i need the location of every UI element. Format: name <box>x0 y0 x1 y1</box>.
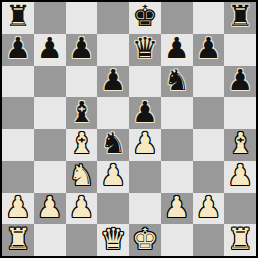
white-pawn: ♟ <box>132 129 158 158</box>
black-knight: ♞ <box>164 66 190 95</box>
white-rook: ♜ <box>5 225 31 254</box>
square-h7[interactable] <box>224 34 256 66</box>
white-pawn: ♟ <box>195 193 221 222</box>
square-h3[interactable]: ♟ <box>224 161 256 193</box>
square-d5[interactable] <box>97 97 129 129</box>
square-f6[interactable]: ♞ <box>161 66 193 98</box>
square-a2[interactable]: ♟ <box>2 193 34 225</box>
square-c6[interactable] <box>66 66 98 98</box>
black-queen: ♛ <box>132 34 158 63</box>
black-king: ♚ <box>132 2 158 31</box>
white-pawn: ♟ <box>68 193 94 222</box>
square-b7[interactable]: ♟ <box>34 34 66 66</box>
square-c1[interactable] <box>66 224 98 256</box>
square-e4[interactable]: ♟ <box>129 129 161 161</box>
chess-board: ♜♚♜♟♟♟♛♟♟♟♞♟♝♟♝♞♟♝♞♟♟♟♟♟♟♟♜♛♚♜ <box>0 0 258 258</box>
square-f2[interactable]: ♟ <box>161 193 193 225</box>
square-b4[interactable] <box>34 129 66 161</box>
black-rook: ♜ <box>227 2 253 31</box>
square-c2[interactable]: ♟ <box>66 193 98 225</box>
square-g8[interactable] <box>193 2 225 34</box>
square-c4[interactable]: ♝ <box>66 129 98 161</box>
square-e6[interactable] <box>129 66 161 98</box>
square-a3[interactable] <box>2 161 34 193</box>
square-a6[interactable] <box>2 66 34 98</box>
square-c5[interactable]: ♝ <box>66 97 98 129</box>
square-c3[interactable]: ♞ <box>66 161 98 193</box>
black-rook: ♜ <box>5 2 31 31</box>
square-f1[interactable] <box>161 224 193 256</box>
square-a4[interactable] <box>2 129 34 161</box>
black-pawn: ♟ <box>195 34 221 63</box>
white-pawn: ♟ <box>37 193 63 222</box>
square-a1[interactable]: ♜ <box>2 224 34 256</box>
white-bishop: ♝ <box>227 129 253 158</box>
square-b8[interactable] <box>34 2 66 34</box>
square-a5[interactable] <box>2 97 34 129</box>
square-b2[interactable]: ♟ <box>34 193 66 225</box>
square-d1[interactable]: ♛ <box>97 224 129 256</box>
square-f8[interactable] <box>161 2 193 34</box>
square-a8[interactable]: ♜ <box>2 2 34 34</box>
white-pawn: ♟ <box>227 161 253 190</box>
square-g6[interactable] <box>193 66 225 98</box>
square-g2[interactable]: ♟ <box>193 193 225 225</box>
white-rook: ♜ <box>227 225 253 254</box>
square-b6[interactable] <box>34 66 66 98</box>
square-h6[interactable]: ♟ <box>224 66 256 98</box>
square-g7[interactable]: ♟ <box>193 34 225 66</box>
square-e8[interactable]: ♚ <box>129 2 161 34</box>
square-c7[interactable]: ♟ <box>66 34 98 66</box>
square-h4[interactable]: ♝ <box>224 129 256 161</box>
white-bishop: ♝ <box>68 129 94 158</box>
square-d2[interactable] <box>97 193 129 225</box>
white-queen: ♛ <box>100 225 126 254</box>
square-d3[interactable]: ♟ <box>97 161 129 193</box>
black-pawn: ♟ <box>227 66 253 95</box>
white-knight: ♞ <box>68 161 94 190</box>
square-d6[interactable]: ♟ <box>97 66 129 98</box>
square-c8[interactable] <box>66 2 98 34</box>
square-h2[interactable] <box>224 193 256 225</box>
black-pawn: ♟ <box>132 98 158 127</box>
square-d4[interactable]: ♞ <box>97 129 129 161</box>
black-pawn: ♟ <box>164 34 190 63</box>
black-pawn: ♟ <box>37 34 63 63</box>
square-e5[interactable]: ♟ <box>129 97 161 129</box>
square-g3[interactable] <box>193 161 225 193</box>
square-f4[interactable] <box>161 129 193 161</box>
square-f3[interactable] <box>161 161 193 193</box>
square-a7[interactable]: ♟ <box>2 34 34 66</box>
square-f5[interactable] <box>161 97 193 129</box>
white-pawn: ♟ <box>164 193 190 222</box>
square-d7[interactable] <box>97 34 129 66</box>
square-b3[interactable] <box>34 161 66 193</box>
black-pawn: ♟ <box>5 34 31 63</box>
square-g1[interactable] <box>193 224 225 256</box>
square-e3[interactable] <box>129 161 161 193</box>
square-e2[interactable] <box>129 193 161 225</box>
white-king: ♚ <box>132 225 158 254</box>
square-f7[interactable]: ♟ <box>161 34 193 66</box>
square-e7[interactable]: ♛ <box>129 34 161 66</box>
black-knight: ♞ <box>100 129 126 158</box>
square-h5[interactable] <box>224 97 256 129</box>
black-bishop: ♝ <box>68 98 94 127</box>
square-h8[interactable]: ♜ <box>224 2 256 34</box>
black-pawn: ♟ <box>68 34 94 63</box>
square-b1[interactable] <box>34 224 66 256</box>
square-h1[interactable]: ♜ <box>224 224 256 256</box>
square-b5[interactable] <box>34 97 66 129</box>
black-pawn: ♟ <box>100 66 126 95</box>
square-d8[interactable] <box>97 2 129 34</box>
square-g4[interactable] <box>193 129 225 161</box>
white-pawn: ♟ <box>100 161 126 190</box>
white-pawn: ♟ <box>5 193 31 222</box>
square-g5[interactable] <box>193 97 225 129</box>
square-e1[interactable]: ♚ <box>129 224 161 256</box>
